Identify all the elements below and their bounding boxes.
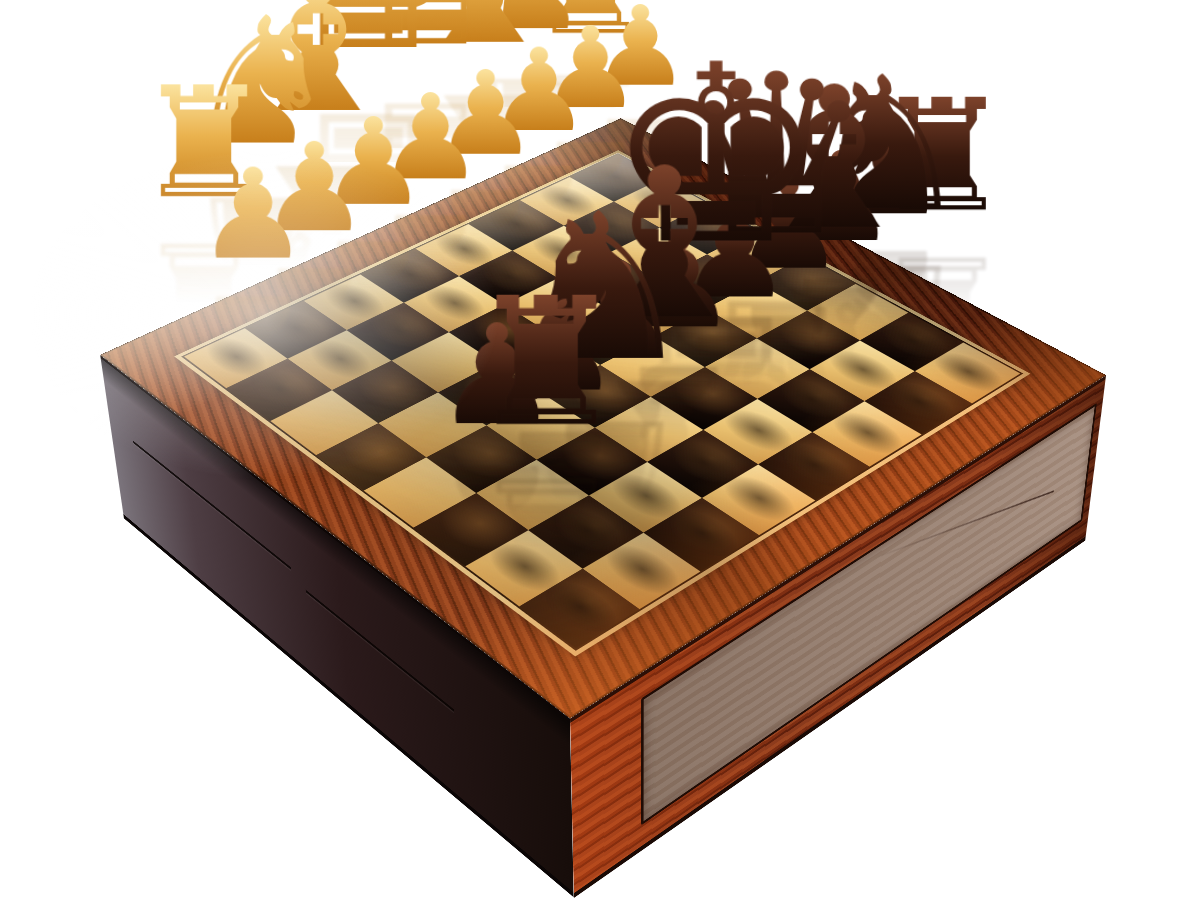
chess-set-photo: ♜♜♟♟♟♟♜♜♞♞♟♟♟♟♞♞♝♝♟♟♟♟♝♝♛♛♟♟♟♟♛♛♚♚♟♟♟♟♚♚… bbox=[0, 0, 1200, 900]
chess-box: ♜♜♟♟♟♟♜♜♞♞♟♟♟♟♞♞♝♝♟♟♟♟♝♝♛♛♟♟♟♟♛♛♚♚♟♟♟♟♚♚… bbox=[100, 118, 1106, 718]
piece-shadow bbox=[921, 345, 1015, 399]
